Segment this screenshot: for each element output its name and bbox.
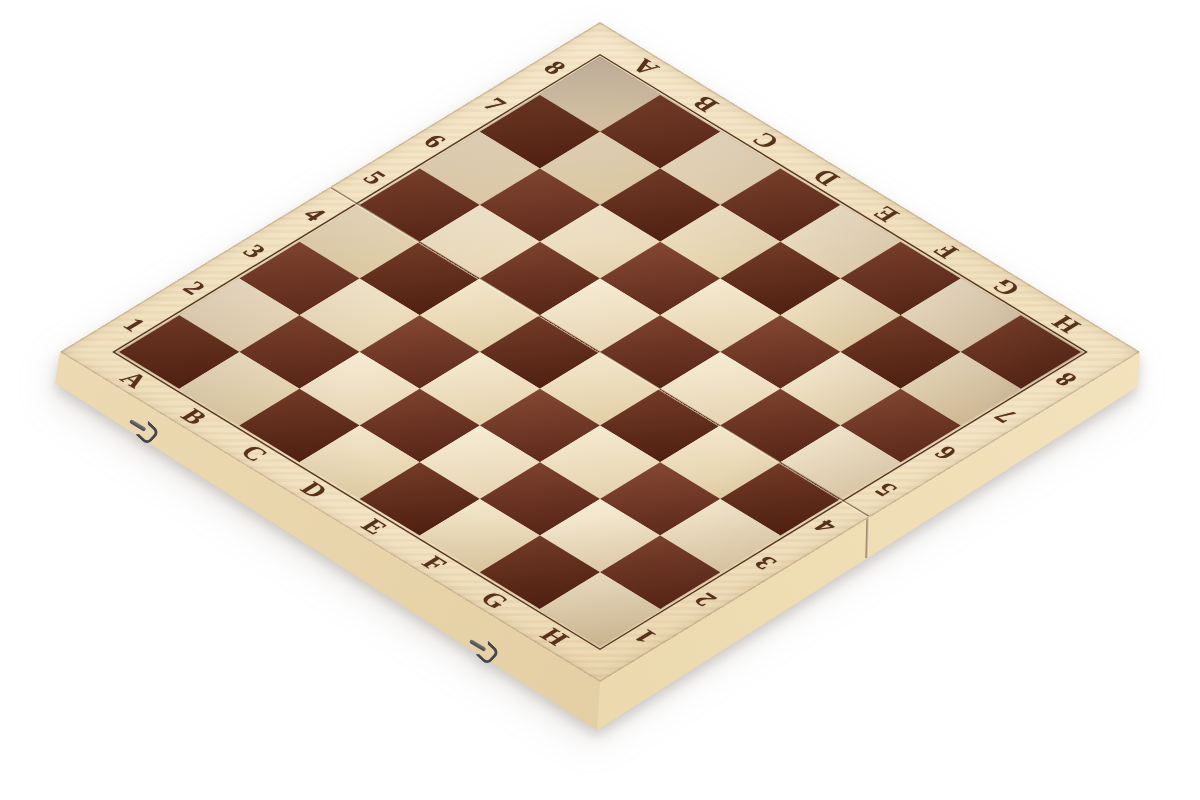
chess-board: 87654321 87654321 ABCDEFGH ABCDEFGH (0, 0, 1200, 800)
squares-grid (119, 58, 1081, 646)
board-top-face: 87654321 87654321 ABCDEFGH ABCDEFGH (60, 22, 1140, 682)
photo-background: 87654321 87654321 ABCDEFGH ABCDEFGH (0, 0, 1200, 800)
